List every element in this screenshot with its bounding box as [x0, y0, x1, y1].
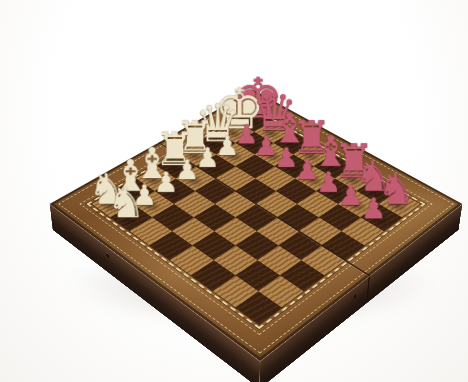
board-top-face: ♚♛♚♝♟♛♜♟♟♜♝♟♟♜♜♟♟♝♞♟♟♝♞♟♟♞♟♞: [50, 89, 463, 361]
white-knight-glyph: ♞: [107, 182, 137, 223]
clasp-pin-icon: [106, 253, 109, 258]
clasp-pin-icon: [354, 293, 357, 298]
fold-gap: [366, 276, 370, 304]
photo-scene: ♚♛♚♝♟♛♜♟♟♜♝♟♟♜♜♟♟♝♞♟♟♝♞♟♟♞♟♞: [0, 0, 468, 382]
chess-board: ♚♛♚♝♟♛♜♟♟♜♝♟♟♜♜♟♟♝♞♟♟♝♞♟♟♞♟♞: [50, 89, 463, 361]
red-pawn-glyph: ♟: [358, 196, 388, 223]
